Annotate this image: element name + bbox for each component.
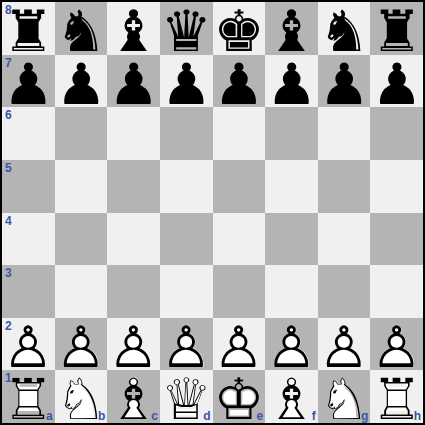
- white-piece-outline: ♔: [213, 371, 264, 425]
- black-pawn[interactable]: ♟: [213, 55, 266, 108]
- square-c7[interactable]: ♟: [107, 55, 160, 108]
- square-b2[interactable]: ♟♙: [55, 318, 108, 371]
- black-king[interactable]: ♚: [213, 2, 266, 55]
- square-a1[interactable]: 1a♜♖: [2, 370, 55, 423]
- square-e3[interactable]: [213, 265, 266, 318]
- white-pawn[interactable]: ♟♙: [265, 318, 318, 371]
- black-bishop[interactable]: ♝: [107, 2, 160, 55]
- square-f2[interactable]: ♟♙: [265, 318, 318, 371]
- square-f7[interactable]: ♟: [265, 55, 318, 108]
- black-pawn[interactable]: ♟: [160, 55, 213, 108]
- black-pawn[interactable]: ♟: [107, 55, 160, 108]
- white-pawn[interactable]: ♟♙: [370, 318, 423, 371]
- black-knight[interactable]: ♞: [318, 2, 371, 55]
- square-g7[interactable]: ♟: [318, 55, 371, 108]
- white-piece-outline: ♘: [55, 371, 106, 425]
- black-rook[interactable]: ♜: [2, 2, 55, 55]
- white-bishop[interactable]: ♝♗: [265, 370, 318, 423]
- square-d4[interactable]: [160, 213, 213, 266]
- white-queen[interactable]: ♛♕: [160, 370, 213, 423]
- square-b3[interactable]: [55, 265, 108, 318]
- square-e7[interactable]: ♟: [213, 55, 266, 108]
- square-f4[interactable]: [265, 213, 318, 266]
- black-piece-glyph: ♟: [3, 56, 54, 113]
- square-e8[interactable]: ♚: [213, 2, 266, 55]
- square-g3[interactable]: [318, 265, 371, 318]
- black-queen[interactable]: ♛: [160, 2, 213, 55]
- square-c5[interactable]: [107, 160, 160, 213]
- square-c8[interactable]: ♝: [107, 2, 160, 55]
- square-f3[interactable]: [265, 265, 318, 318]
- rank-label-3: 3: [5, 267, 12, 279]
- white-rook[interactable]: ♜♖: [370, 370, 423, 423]
- square-d5[interactable]: [160, 160, 213, 213]
- black-pawn[interactable]: ♟: [2, 55, 55, 108]
- white-pawn[interactable]: ♟♙: [160, 318, 213, 371]
- square-a3[interactable]: 3: [2, 265, 55, 318]
- black-piece-glyph: ♟: [213, 56, 264, 113]
- white-piece-outline: ♘: [319, 371, 370, 425]
- square-c4[interactable]: [107, 213, 160, 266]
- square-b7[interactable]: ♟: [55, 55, 108, 108]
- square-f5[interactable]: [265, 160, 318, 213]
- square-f1[interactable]: f♝♗: [265, 370, 318, 423]
- square-b5[interactable]: [55, 160, 108, 213]
- square-e2[interactable]: ♟♙: [213, 318, 266, 371]
- square-a4[interactable]: 4: [2, 213, 55, 266]
- square-d8[interactable]: ♛: [160, 2, 213, 55]
- square-g4[interactable]: [318, 213, 371, 266]
- square-f8[interactable]: ♝: [265, 2, 318, 55]
- square-e5[interactable]: [213, 160, 266, 213]
- black-pawn[interactable]: ♟: [265, 55, 318, 108]
- square-h3[interactable]: [370, 265, 423, 318]
- white-bishop[interactable]: ♝♗: [107, 370, 160, 423]
- square-c3[interactable]: [107, 265, 160, 318]
- square-e1[interactable]: e♚♔: [213, 370, 266, 423]
- square-e4[interactable]: [213, 213, 266, 266]
- square-h4[interactable]: [370, 213, 423, 266]
- black-piece-glyph: ♟: [371, 56, 422, 113]
- black-knight[interactable]: ♞: [55, 2, 108, 55]
- square-a7[interactable]: 7♟: [2, 55, 55, 108]
- square-a5[interactable]: 5: [2, 160, 55, 213]
- white-pawn[interactable]: ♟♙: [213, 318, 266, 371]
- black-piece-glyph: ♟: [161, 56, 212, 113]
- square-d2[interactable]: ♟♙: [160, 318, 213, 371]
- rank-label-4: 4: [5, 215, 12, 227]
- black-rook[interactable]: ♜: [370, 2, 423, 55]
- black-piece-glyph: ♟: [319, 56, 370, 113]
- white-piece-outline: ♖: [371, 371, 422, 425]
- square-g2[interactable]: ♟♙: [318, 318, 371, 371]
- white-pawn[interactable]: ♟♙: [107, 318, 160, 371]
- white-pawn[interactable]: ♟♙: [318, 318, 371, 371]
- black-pawn[interactable]: ♟: [55, 55, 108, 108]
- square-b1[interactable]: b♞♘: [55, 370, 108, 423]
- square-a2[interactable]: 2♟♙: [2, 318, 55, 371]
- white-piece-outline: ♗: [108, 371, 159, 425]
- square-b4[interactable]: [55, 213, 108, 266]
- white-knight[interactable]: ♞♘: [318, 370, 371, 423]
- white-king[interactable]: ♚♔: [213, 370, 266, 423]
- square-d3[interactable]: [160, 265, 213, 318]
- square-h5[interactable]: [370, 160, 423, 213]
- square-d7[interactable]: ♟: [160, 55, 213, 108]
- black-pawn[interactable]: ♟: [318, 55, 371, 108]
- white-pawn[interactable]: ♟♙: [2, 318, 55, 371]
- black-piece-glyph: ♟: [108, 56, 159, 113]
- rank-label-5: 5: [5, 162, 12, 174]
- square-a8[interactable]: 8♜: [2, 2, 55, 55]
- square-c2[interactable]: ♟♙: [107, 318, 160, 371]
- black-bishop[interactable]: ♝: [265, 2, 318, 55]
- chess-board: 8♜♞♝♛♚♝♞♜7♟♟♟♟♟♟♟♟65432♟♙♟♙♟♙♟♙♟♙♟♙♟♙♟♙1…: [0, 0, 425, 425]
- black-pawn[interactable]: ♟: [370, 55, 423, 108]
- square-g8[interactable]: ♞: [318, 2, 371, 55]
- square-d1[interactable]: d♛♕: [160, 370, 213, 423]
- square-c1[interactable]: c♝♗: [107, 370, 160, 423]
- white-knight[interactable]: ♞♘: [55, 370, 108, 423]
- square-h8[interactable]: ♜: [370, 2, 423, 55]
- white-piece-outline: ♕: [161, 371, 212, 425]
- square-b8[interactable]: ♞: [55, 2, 108, 55]
- square-h2[interactable]: ♟♙: [370, 318, 423, 371]
- square-g1[interactable]: g♞♘: [318, 370, 371, 423]
- white-piece-outline: ♖: [3, 371, 54, 425]
- white-piece-outline: ♗: [266, 371, 317, 425]
- white-rook[interactable]: ♜♖: [2, 370, 55, 423]
- black-piece-glyph: ♟: [55, 56, 106, 113]
- black-piece-glyph: ♟: [266, 56, 317, 113]
- white-pawn[interactable]: ♟♙: [55, 318, 108, 371]
- square-h7[interactable]: ♟: [370, 55, 423, 108]
- square-h1[interactable]: h♜♖: [370, 370, 423, 423]
- square-g5[interactable]: [318, 160, 371, 213]
